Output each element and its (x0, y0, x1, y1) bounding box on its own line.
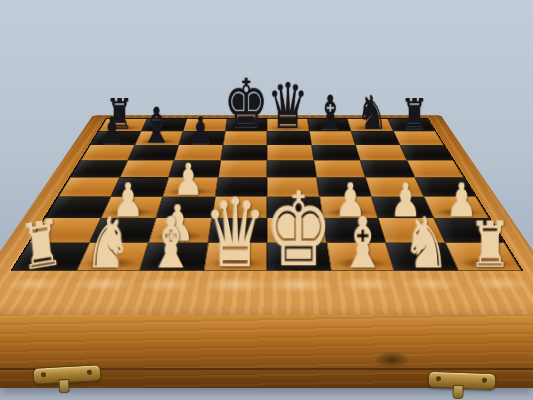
square-h1[interactable]: ♜ (444, 242, 521, 270)
square-h6[interactable] (399, 145, 453, 160)
square-g6[interactable] (355, 145, 406, 160)
left-brass-latch (33, 364, 102, 385)
square-e7[interactable] (267, 131, 311, 145)
piece-black-pawn[interactable]: ♟ (188, 116, 213, 146)
piece-white-knight[interactable]: ♞ (84, 215, 131, 272)
piece-white-knight[interactable]: ♞ (402, 215, 449, 272)
square-b1[interactable]: ♞ (76, 242, 148, 270)
square-e1[interactable]: ♚ (267, 242, 331, 270)
piece-white-queen[interactable]: ♛ (203, 195, 266, 271)
square-c1[interactable]: ♝ (139, 242, 207, 270)
piece-white-pawn[interactable]: ♟ (174, 162, 203, 197)
square-a4[interactable] (58, 177, 119, 196)
piece-black-king[interactable]: ♚ (223, 77, 268, 131)
square-d1[interactable]: ♛ (203, 242, 267, 270)
piece-black-knight[interactable]: ♞ (356, 94, 387, 131)
piece-black-pawn[interactable]: ♟ (99, 116, 124, 146)
wood-knot (375, 352, 409, 368)
piece-black-queen[interactable]: ♛ (267, 81, 309, 131)
square-d8[interactable]: ♚ (224, 119, 266, 132)
piece-white-rook[interactable]: ♜ (18, 218, 64, 275)
latch-screw (436, 376, 441, 381)
piece-white-bishop[interactable]: ♝ (147, 215, 194, 272)
square-d5[interactable] (217, 160, 266, 177)
piece-white-bishop[interactable]: ♝ (339, 215, 386, 272)
latch-screw (87, 370, 92, 375)
square-e8[interactable]: ♛ (267, 119, 309, 132)
piece-black-rook[interactable]: ♜ (400, 98, 428, 132)
square-c7[interactable]: ♟ (178, 131, 224, 145)
board-3d-plane: ♜♚♛♝♞♜♟♝♟♟♟♟♟♟♟♜♞♝♛♚♝♞♜ (0, 115, 533, 315)
square-h8[interactable]: ♜ (387, 119, 435, 132)
latch-screw (41, 372, 46, 377)
square-e6[interactable] (267, 145, 314, 160)
square-f6[interactable] (311, 145, 360, 160)
square-f8[interactable]: ♝ (307, 119, 351, 132)
piece-black-bishop[interactable]: ♝ (314, 94, 345, 131)
chess-set-photo: ♜♚♛♝♞♜♟♝♟♟♟♟♟♟♟♜♞♝♛♚♝♞♜ (0, 0, 533, 400)
square-h7[interactable] (393, 131, 444, 145)
square-g1[interactable]: ♞ (385, 242, 457, 270)
piece-white-rook[interactable]: ♜ (469, 221, 511, 272)
square-b6[interactable] (127, 145, 178, 160)
square-g7[interactable] (351, 131, 399, 145)
square-a7[interactable]: ♟ (90, 131, 141, 145)
latch-peg (452, 385, 463, 399)
piece-white-king[interactable]: ♚ (264, 189, 332, 271)
square-g8[interactable]: ♞ (347, 119, 393, 132)
right-brass-latch (428, 371, 497, 390)
square-b7[interactable]: ♝ (134, 131, 182, 145)
square-d7[interactable] (222, 131, 266, 145)
piece-black-bishop[interactable]: ♝ (140, 106, 173, 145)
square-d6[interactable] (220, 145, 267, 160)
square-f7[interactable] (309, 131, 355, 145)
square-a6[interactable] (80, 145, 134, 160)
latch-peg (58, 379, 70, 394)
square-f1[interactable]: ♝ (326, 242, 394, 270)
latch-screw (482, 378, 487, 383)
